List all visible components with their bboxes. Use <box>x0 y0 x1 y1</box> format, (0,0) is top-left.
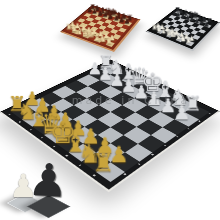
silver-pawn: ♟ <box>173 103 191 123</box>
black-board-frame: ♜♞♝♛♚♝♞♜♟♟♟♟♟♟♟♟♟♟♟♟♟♟♟♟♜♞♝♛♚♝♞♜ <box>146 8 220 51</box>
ivory-rook: ♜ <box>185 37 192 44</box>
pawn-closeup: ♟ ♟ <box>0 158 90 220</box>
variant-board-red: ♜♞♝♛♚♝♞♜♟♟♟♟♟♟♟♟♟♟♟♟♟♟♟♟♜♞♝♛♚♝♞♜ <box>60 5 141 52</box>
cream-rook: ♜ <box>105 38 113 46</box>
red-board-grid: ♜♞♝♛♚♝♞♜♟♟♟♟♟♟♟♟♟♟♟♟♟♟♟♟♜♞♝♛♚♝♞♜ <box>66 8 135 48</box>
variant-board-black: ♜♞♝♛♚♝♞♜♟♟♟♟♟♟♟♟♟♟♟♟♟♟♟♟♜♞♝♛♚♝♞♜ <box>146 8 220 51</box>
red-board-frame: ♜♞♝♛♚♝♞♜♟♟♟♟♟♟♟♟♟♟♟♟♟♟♟♟♜♞♝♛♚♝♞♜ <box>60 5 141 52</box>
black-pawn: ♟ <box>204 21 209 27</box>
gold-rook: ♜ <box>93 151 116 177</box>
brown-pawn: ♟ <box>124 18 130 25</box>
black-board-grid: ♜♞♝♛♚♝♞♜♟♟♟♟♟♟♟♟♟♟♟♟♟♟♟♟♜♞♝♛♚♝♞♜ <box>152 10 214 46</box>
product-photo: ♜♞♝♛♚♝♞♜♟♟♟♟♟♟♟♟♟♟♟♟♟♟♟♟♜♞♝♛♚♝♞♜ ♜♞♝♛♚♝♞… <box>0 0 220 220</box>
closeup-black-pawn: ♟ <box>26 157 69 205</box>
